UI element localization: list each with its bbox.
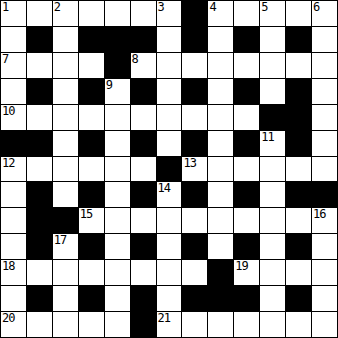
cell-r2c9[interactable] (234, 53, 259, 78)
cell-r3c8[interactable] (208, 79, 233, 104)
cell-r2c6[interactable] (157, 53, 182, 78)
cell-r2c5[interactable]: 8 (131, 53, 156, 78)
cell-r4c4[interactable] (105, 105, 130, 130)
cell-r1c6[interactable] (157, 27, 182, 52)
cell-r7c6[interactable]: 14 (157, 182, 182, 207)
cell-r3c3-black (79, 79, 104, 104)
clue-number-2: 2 (54, 1, 60, 14)
cell-r7c3-black (79, 182, 104, 207)
cell-r5c1-black (27, 131, 52, 156)
cell-r9c1-black (27, 234, 52, 259)
cell-r0c12[interactable]: 6 (312, 1, 337, 26)
cell-r3c2[interactable] (53, 79, 78, 104)
cell-r11c3-black (79, 286, 104, 311)
cell-r3c6[interactable] (157, 79, 182, 104)
cell-r0c10[interactable]: 5 (260, 1, 285, 26)
cell-r9c7-black (182, 234, 207, 259)
cell-r5c9-black (234, 131, 259, 156)
cell-r4c5[interactable] (131, 105, 156, 130)
cell-r7c2[interactable] (53, 182, 78, 207)
cell-r11c8-black (208, 286, 233, 311)
cell-r5c6[interactable] (157, 131, 182, 156)
cell-r11c12[interactable] (312, 286, 337, 311)
cell-r2c11[interactable] (286, 53, 311, 78)
cell-r5c8[interactable] (208, 131, 233, 156)
cell-r8c6[interactable] (157, 208, 182, 233)
cell-r10c6[interactable] (157, 260, 182, 285)
cell-r1c8[interactable] (208, 27, 233, 52)
cell-r11c4[interactable] (105, 286, 130, 311)
cell-r7c7-black (182, 182, 207, 207)
clue-number-15: 15 (80, 208, 92, 221)
cell-r3c5-black (131, 79, 156, 104)
cell-r7c12-black (312, 182, 337, 207)
cell-r12c7[interactable] (182, 312, 207, 337)
clue-number-19: 19 (235, 260, 247, 273)
cell-r0c11[interactable] (286, 1, 311, 26)
cell-r10c7[interactable] (182, 260, 207, 285)
cell-r6c1[interactable] (27, 157, 52, 182)
cell-r7c10[interactable] (260, 182, 285, 207)
clue-number-18: 18 (2, 260, 14, 273)
cell-r0c6[interactable]: 3 (157, 1, 182, 26)
cell-r1c12[interactable] (312, 27, 337, 52)
cell-r12c5-black (131, 312, 156, 337)
cell-r7c1-black (27, 182, 52, 207)
cell-r4c11-black (286, 105, 311, 130)
cell-r9c10[interactable] (260, 234, 285, 259)
cell-r7c0[interactable] (1, 182, 26, 207)
cell-r2c1[interactable] (27, 53, 52, 78)
cell-r9c4[interactable] (105, 234, 130, 259)
cell-r1c4-black (105, 27, 130, 52)
cell-r1c5-black (131, 27, 156, 52)
cell-r1c11-black (286, 27, 311, 52)
cell-r5c10[interactable]: 11 (260, 131, 285, 156)
cell-r10c11[interactable] (286, 260, 311, 285)
cell-r6c12[interactable] (312, 157, 337, 182)
cell-r6c9[interactable] (234, 157, 259, 182)
cell-r2c10[interactable] (260, 53, 285, 78)
crossword-board: 123456789101112131415161718192021 (0, 0, 338, 338)
clue-number-20: 20 (2, 312, 14, 325)
cell-r0c9[interactable] (234, 1, 259, 26)
cell-r7c5-black (131, 182, 156, 207)
cell-r1c2[interactable] (53, 27, 78, 52)
cell-r12c10[interactable] (260, 312, 285, 337)
cell-r6c10[interactable] (260, 157, 285, 182)
cell-r6c0[interactable]: 12 (1, 157, 26, 182)
cell-r1c7-black (182, 27, 207, 52)
cell-r4c10-black (260, 105, 285, 130)
cell-r9c9-black (234, 234, 259, 259)
cell-r12c12[interactable] (312, 312, 337, 337)
cell-r9c6[interactable] (157, 234, 182, 259)
clue-number-8: 8 (132, 53, 138, 66)
cell-r4c0[interactable]: 10 (1, 105, 26, 130)
cell-r2c8[interactable] (208, 53, 233, 78)
cell-r3c0[interactable] (1, 79, 26, 104)
cell-r7c4[interactable] (105, 182, 130, 207)
cell-r9c3-black (79, 234, 104, 259)
cell-r11c7-black (182, 286, 207, 311)
clue-number-6: 6 (313, 1, 319, 14)
cell-r12c1[interactable] (27, 312, 52, 337)
cell-r5c0-black (1, 131, 26, 156)
clue-number-7: 7 (2, 53, 8, 66)
cell-r7c9-black (234, 182, 259, 207)
cell-r5c7-black (182, 131, 207, 156)
cell-r10c2[interactable] (53, 260, 78, 285)
cell-r8c4[interactable] (105, 208, 130, 233)
cell-r0c4[interactable] (105, 1, 130, 26)
clue-number-21: 21 (158, 312, 170, 325)
cell-r6c3[interactable] (79, 157, 104, 182)
cell-r10c5[interactable] (131, 260, 156, 285)
cell-r8c10[interactable] (260, 208, 285, 233)
cell-r10c12[interactable] (312, 260, 337, 285)
cell-r5c3-black (79, 131, 104, 156)
cell-r1c3-black (79, 27, 104, 52)
clue-number-1: 1 (2, 1, 8, 14)
cell-r12c4[interactable] (105, 312, 130, 337)
cell-r5c2[interactable] (53, 131, 78, 156)
cell-r8c5[interactable] (131, 208, 156, 233)
clue-number-4: 4 (209, 1, 215, 14)
cell-r2c7[interactable] (182, 53, 207, 78)
cell-r5c4[interactable] (105, 131, 130, 156)
cell-r10c8-black (208, 260, 233, 285)
cell-r0c0[interactable]: 1 (1, 1, 26, 26)
cell-r7c8[interactable] (208, 182, 233, 207)
clue-number-12: 12 (2, 157, 14, 170)
cell-r9c11-black (286, 234, 311, 259)
cell-r3c11-black (286, 79, 311, 104)
cell-r5c11-black (286, 131, 311, 156)
cell-r4c3[interactable] (79, 105, 104, 130)
cell-r10c9[interactable]: 19 (234, 260, 259, 285)
cell-r1c0[interactable] (1, 27, 26, 52)
cell-r1c1-black (27, 27, 52, 52)
cell-r11c0[interactable] (1, 286, 26, 311)
cell-r11c9-black (234, 286, 259, 311)
cell-r11c2[interactable] (53, 286, 78, 311)
clue-number-9: 9 (106, 79, 112, 92)
cell-r10c1[interactable] (27, 260, 52, 285)
cell-r12c9[interactable] (234, 312, 259, 337)
clue-number-5: 5 (261, 1, 267, 14)
cell-r9c8[interactable] (208, 234, 233, 259)
cell-r0c7-black (182, 1, 207, 26)
cell-r2c3[interactable] (79, 53, 104, 78)
cell-r3c1-black (27, 79, 52, 104)
cell-r11c10[interactable] (260, 286, 285, 311)
cell-r9c2[interactable]: 17 (53, 234, 78, 259)
cell-r9c12[interactable] (312, 234, 337, 259)
cell-r3c12[interactable] (312, 79, 337, 104)
cell-r3c10[interactable] (260, 79, 285, 104)
cell-r2c2[interactable] (53, 53, 78, 78)
cell-r8c0[interactable] (1, 208, 26, 233)
cell-r10c10[interactable] (260, 260, 285, 285)
cell-r11c11-black (286, 286, 311, 311)
cell-r2c12[interactable] (312, 53, 337, 78)
cell-r7c11-black (286, 182, 311, 207)
cell-r8c7[interactable] (182, 208, 207, 233)
cell-r0c2[interactable]: 2 (53, 1, 78, 26)
cell-r2c4-black (105, 53, 130, 78)
cell-r6c6-black (157, 157, 182, 182)
cell-r11c1-black (27, 286, 52, 311)
cell-r4c6[interactable] (157, 105, 182, 130)
cell-r4c7[interactable] (182, 105, 207, 130)
cell-r5c5-black (131, 131, 156, 156)
cell-r6c5[interactable] (131, 157, 156, 182)
cell-r0c5[interactable] (131, 1, 156, 26)
clue-number-10: 10 (2, 105, 14, 118)
cell-r11c6[interactable] (157, 286, 182, 311)
cell-r3c7-black (182, 79, 207, 104)
cell-r12c2[interactable] (53, 312, 78, 337)
cell-r6c7[interactable]: 13 (182, 157, 207, 182)
cell-r12c11[interactable] (286, 312, 311, 337)
clue-number-11: 11 (261, 131, 273, 144)
cell-r12c0[interactable]: 20 (1, 312, 26, 337)
cell-r0c3[interactable] (79, 1, 104, 26)
cell-r0c8[interactable]: 4 (208, 1, 233, 26)
cell-r8c11[interactable] (286, 208, 311, 233)
cell-r12c3[interactable] (79, 312, 104, 337)
cell-r0c1[interactable] (27, 1, 52, 26)
cell-r2c0[interactable]: 7 (1, 53, 26, 78)
cell-r9c0[interactable] (1, 234, 26, 259)
cell-r8c9[interactable] (234, 208, 259, 233)
cell-r12c6[interactable]: 21 (157, 312, 182, 337)
cell-r8c3[interactable]: 15 (79, 208, 104, 233)
cell-r8c1-black (27, 208, 52, 233)
cell-r4c9[interactable] (234, 105, 259, 130)
cell-r11c5-black (131, 286, 156, 311)
cell-r10c3[interactable] (79, 260, 104, 285)
cell-r8c2-black (53, 208, 78, 233)
cell-r1c9-black (234, 27, 259, 52)
cell-r6c8[interactable] (208, 157, 233, 182)
cell-r1c10[interactable] (260, 27, 285, 52)
clue-number-14: 14 (158, 182, 170, 195)
cell-r4c2[interactable] (53, 105, 78, 130)
cell-r8c8[interactable] (208, 208, 233, 233)
clue-number-3: 3 (158, 1, 164, 14)
clue-number-13: 13 (183, 157, 195, 170)
cell-r3c4[interactable]: 9 (105, 79, 130, 104)
cell-r6c2[interactable] (53, 157, 78, 182)
cell-r10c4[interactable] (105, 260, 130, 285)
clue-number-17: 17 (54, 234, 66, 247)
cell-r3c9-black (234, 79, 259, 104)
cell-r6c4[interactable] (105, 157, 130, 182)
cell-r5c12[interactable] (312, 131, 337, 156)
cell-r4c8[interactable] (208, 105, 233, 130)
clue-number-16: 16 (313, 208, 325, 221)
cell-r9c5-black (131, 234, 156, 259)
cell-r12c8[interactable] (208, 312, 233, 337)
cell-r4c12[interactable] (312, 105, 337, 130)
cell-r4c1[interactable] (27, 105, 52, 130)
cell-r8c12[interactable]: 16 (312, 208, 337, 233)
cell-r10c0[interactable]: 18 (1, 260, 26, 285)
cell-r6c11[interactable] (286, 157, 311, 182)
